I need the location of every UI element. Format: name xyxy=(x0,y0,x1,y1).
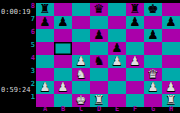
white-pawn: ♟ xyxy=(126,55,144,68)
square-e7[interactable] xyxy=(108,16,126,29)
square-a7[interactable]: ♟ xyxy=(36,16,54,29)
black-queen: ♛ xyxy=(90,3,108,16)
square-b7[interactable]: ♟ xyxy=(54,16,72,29)
square-f6[interactable] xyxy=(126,29,144,42)
square-d5[interactable] xyxy=(90,42,108,55)
square-a2[interactable]: ♟ xyxy=(36,81,54,94)
square-b3[interactable] xyxy=(54,68,72,81)
square-e8[interactable] xyxy=(108,3,126,16)
square-g8[interactable]: ♚ xyxy=(144,3,162,16)
square-h6[interactable] xyxy=(162,29,180,42)
black-pawn: ♟ xyxy=(90,29,108,42)
square-g7[interactable] xyxy=(144,16,162,29)
square-d3[interactable] xyxy=(90,68,108,81)
square-a8[interactable]: ♜ xyxy=(36,3,54,16)
chess-app-screen: 0:00:19 0:59:24 ♜♛♜♚♟♟♟♟♟♟♟♟♞♟♟♞♛♟♟♟♟♚♜♜… xyxy=(0,0,180,113)
file-label-G: G xyxy=(144,106,162,112)
square-f5[interactable] xyxy=(126,42,144,55)
square-h5[interactable] xyxy=(162,42,180,55)
square-g6[interactable]: ♟ xyxy=(144,29,162,42)
file-label-F: F xyxy=(126,106,144,112)
square-c4[interactable]: ♟ xyxy=(72,55,90,68)
white-clock: 0:59:24 xyxy=(1,87,31,94)
square-d7[interactable] xyxy=(90,16,108,29)
square-e4[interactable]: ♟ xyxy=(108,55,126,68)
white-pawn: ♟ xyxy=(72,55,90,68)
white-knight: ♞ xyxy=(72,68,90,81)
rank-label-5: 5 xyxy=(28,42,35,48)
rank-label-8: 8 xyxy=(28,3,35,9)
black-king: ♚ xyxy=(144,3,162,16)
file-label-A: A xyxy=(36,106,54,112)
square-a6[interactable] xyxy=(36,29,54,42)
square-c3[interactable]: ♞ xyxy=(72,68,90,81)
white-pawn: ♟ xyxy=(162,81,180,94)
rank-label-3: 3 xyxy=(28,68,35,74)
black-rook: ♜ xyxy=(126,3,144,16)
black-pawn: ♟ xyxy=(108,42,126,55)
square-b5[interactable] xyxy=(54,42,72,55)
square-e2[interactable] xyxy=(108,81,126,94)
square-b4[interactable] xyxy=(54,55,72,68)
square-f2[interactable] xyxy=(126,81,144,94)
square-h8[interactable] xyxy=(162,3,180,16)
square-c5[interactable] xyxy=(72,42,90,55)
white-pawn: ♟ xyxy=(108,55,126,68)
chess-board: ♜♛♜♚♟♟♟♟♟♟♟♟♞♟♟♞♛♟♟♟♟♚♜♜ xyxy=(36,3,180,107)
black-clock: 0:00:19 xyxy=(1,9,31,16)
black-pawn: ♟ xyxy=(54,16,72,29)
rank-label-2: 2 xyxy=(28,81,35,87)
square-f8[interactable]: ♜ xyxy=(126,3,144,16)
white-queen: ♛ xyxy=(144,68,162,81)
square-d4[interactable]: ♞ xyxy=(90,55,108,68)
square-c6[interactable] xyxy=(72,29,90,42)
black-pawn: ♟ xyxy=(36,16,54,29)
square-c7[interactable] xyxy=(72,16,90,29)
rank-label-7: 7 xyxy=(28,16,35,22)
square-h3[interactable] xyxy=(162,68,180,81)
square-c2[interactable] xyxy=(72,81,90,94)
square-h7[interactable]: ♟ xyxy=(162,16,180,29)
white-pawn: ♟ xyxy=(54,81,72,94)
square-h2[interactable]: ♟ xyxy=(162,81,180,94)
black-pawn: ♟ xyxy=(126,16,144,29)
square-c8[interactable] xyxy=(72,3,90,16)
square-e6[interactable] xyxy=(108,29,126,42)
square-f4[interactable]: ♟ xyxy=(126,55,144,68)
white-pawn: ♟ xyxy=(144,81,162,94)
rank-label-6: 6 xyxy=(28,29,35,35)
file-label-H: H xyxy=(162,106,180,112)
square-b8[interactable] xyxy=(54,3,72,16)
square-g3[interactable]: ♛ xyxy=(144,68,162,81)
white-pawn: ♟ xyxy=(36,81,54,94)
square-d8[interactable]: ♛ xyxy=(90,3,108,16)
rank-label-1: 1 xyxy=(28,94,35,100)
square-d6[interactable]: ♟ xyxy=(90,29,108,42)
black-rook: ♜ xyxy=(36,3,54,16)
square-g2[interactable]: ♟ xyxy=(144,81,162,94)
file-label-B: B xyxy=(54,106,72,112)
square-b2[interactable]: ♟ xyxy=(54,81,72,94)
square-e5[interactable]: ♟ xyxy=(108,42,126,55)
black-pawn: ♟ xyxy=(162,16,180,29)
square-a5[interactable] xyxy=(36,42,54,55)
black-pawn: ♟ xyxy=(144,29,162,42)
square-f7[interactable]: ♟ xyxy=(126,16,144,29)
square-f3[interactable] xyxy=(126,68,144,81)
file-label-C: C xyxy=(72,106,90,112)
black-knight: ♞ xyxy=(90,55,108,68)
file-label-E: E xyxy=(108,106,126,112)
square-g4[interactable] xyxy=(144,55,162,68)
square-a4[interactable] xyxy=(36,55,54,68)
square-d2[interactable] xyxy=(90,81,108,94)
square-h4[interactable] xyxy=(162,55,180,68)
square-a3[interactable] xyxy=(36,68,54,81)
square-g5[interactable] xyxy=(144,42,162,55)
square-b6[interactable] xyxy=(54,29,72,42)
file-label-D: D xyxy=(90,106,108,112)
rank-label-4: 4 xyxy=(28,55,35,61)
square-e3[interactable] xyxy=(108,68,126,81)
